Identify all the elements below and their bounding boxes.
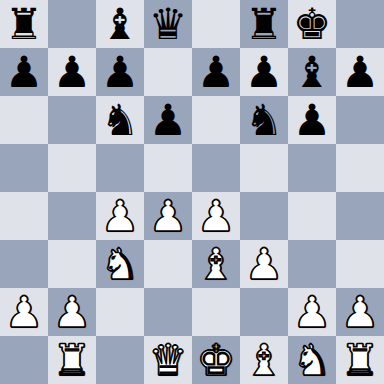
square-a1[interactable] [0, 336, 48, 384]
piece-black-rook[interactable]: ♜ [245, 0, 284, 48]
piece-white-pawn[interactable]: ♟ [149, 192, 188, 240]
square-a4[interactable] [0, 192, 48, 240]
square-g4[interactable] [288, 192, 336, 240]
square-h6[interactable] [336, 96, 384, 144]
square-e6[interactable] [192, 96, 240, 144]
square-a5[interactable] [0, 144, 48, 192]
piece-black-bishop[interactable]: ♝ [101, 0, 140, 48]
square-d2[interactable] [144, 288, 192, 336]
piece-black-pawn[interactable]: ♟ [149, 96, 188, 144]
square-b2[interactable]: ♟ [48, 288, 96, 336]
square-h4[interactable] [336, 192, 384, 240]
square-b3[interactable] [48, 240, 96, 288]
square-d4[interactable]: ♟ [144, 192, 192, 240]
piece-white-rook[interactable]: ♜ [341, 336, 380, 384]
piece-black-knight[interactable]: ♞ [245, 96, 284, 144]
square-c2[interactable] [96, 288, 144, 336]
piece-black-pawn[interactable]: ♟ [101, 48, 140, 96]
square-d3[interactable] [144, 240, 192, 288]
square-d1[interactable]: ♛ [144, 336, 192, 384]
square-a2[interactable]: ♟ [0, 288, 48, 336]
square-c8[interactable]: ♝ [96, 0, 144, 48]
square-f1[interactable]: ♝ [240, 336, 288, 384]
square-h7[interactable]: ♟ [336, 48, 384, 96]
piece-white-queen[interactable]: ♛ [149, 336, 188, 384]
square-e5[interactable] [192, 144, 240, 192]
square-b4[interactable] [48, 192, 96, 240]
square-h3[interactable] [336, 240, 384, 288]
square-g2[interactable]: ♟ [288, 288, 336, 336]
square-a8[interactable]: ♜ [0, 0, 48, 48]
square-f8[interactable]: ♜ [240, 0, 288, 48]
square-f3[interactable]: ♟ [240, 240, 288, 288]
piece-black-pawn[interactable]: ♟ [293, 96, 332, 144]
square-d6[interactable]: ♟ [144, 96, 192, 144]
piece-white-pawn[interactable]: ♟ [101, 192, 140, 240]
square-c3[interactable]: ♞ [96, 240, 144, 288]
piece-white-knight[interactable]: ♞ [101, 240, 140, 288]
square-b8[interactable] [48, 0, 96, 48]
square-g3[interactable] [288, 240, 336, 288]
piece-white-bishop[interactable]: ♝ [245, 336, 284, 384]
square-d7[interactable] [144, 48, 192, 96]
square-c6[interactable]: ♞ [96, 96, 144, 144]
piece-black-pawn[interactable]: ♟ [5, 48, 44, 96]
piece-white-pawn[interactable]: ♟ [293, 288, 332, 336]
piece-black-bishop[interactable]: ♝ [293, 48, 332, 96]
square-f7[interactable]: ♟ [240, 48, 288, 96]
piece-black-king[interactable]: ♚ [293, 0, 332, 48]
square-g8[interactable]: ♚ [288, 0, 336, 48]
square-g1[interactable]: ♞ [288, 336, 336, 384]
square-h5[interactable] [336, 144, 384, 192]
square-a3[interactable] [0, 240, 48, 288]
square-g6[interactable]: ♟ [288, 96, 336, 144]
square-b7[interactable]: ♟ [48, 48, 96, 96]
square-e3[interactable]: ♝ [192, 240, 240, 288]
square-b1[interactable]: ♜ [48, 336, 96, 384]
square-c7[interactable]: ♟ [96, 48, 144, 96]
square-b6[interactable] [48, 96, 96, 144]
square-f5[interactable] [240, 144, 288, 192]
square-e7[interactable]: ♟ [192, 48, 240, 96]
square-c5[interactable] [96, 144, 144, 192]
square-a6[interactable] [0, 96, 48, 144]
square-c4[interactable]: ♟ [96, 192, 144, 240]
piece-white-knight[interactable]: ♞ [293, 336, 332, 384]
square-e8[interactable] [192, 0, 240, 48]
square-d5[interactable] [144, 144, 192, 192]
square-d8[interactable]: ♛ [144, 0, 192, 48]
square-h2[interactable]: ♟ [336, 288, 384, 336]
square-g7[interactable]: ♝ [288, 48, 336, 96]
square-f6[interactable]: ♞ [240, 96, 288, 144]
piece-black-pawn[interactable]: ♟ [341, 48, 380, 96]
chess-board: ♜♝♛♜♚♟♟♟♟♟♝♟♞♟♞♟♟♟♟♞♝♟♟♟♟♟♜♛♚♝♞♜ [0, 0, 384, 384]
square-e1[interactable]: ♚ [192, 336, 240, 384]
piece-black-knight[interactable]: ♞ [101, 96, 140, 144]
square-e2[interactable] [192, 288, 240, 336]
square-a7[interactable]: ♟ [0, 48, 48, 96]
piece-black-pawn[interactable]: ♟ [197, 48, 236, 96]
piece-white-pawn[interactable]: ♟ [341, 288, 380, 336]
piece-white-pawn[interactable]: ♟ [5, 288, 44, 336]
square-c1[interactable] [96, 336, 144, 384]
piece-black-pawn[interactable]: ♟ [53, 48, 92, 96]
piece-white-bishop[interactable]: ♝ [197, 240, 236, 288]
piece-black-pawn[interactable]: ♟ [245, 48, 284, 96]
piece-black-rook[interactable]: ♜ [5, 0, 44, 48]
square-h8[interactable] [336, 0, 384, 48]
piece-white-king[interactable]: ♚ [197, 336, 236, 384]
square-g5[interactable] [288, 144, 336, 192]
square-f4[interactable] [240, 192, 288, 240]
square-e4[interactable]: ♟ [192, 192, 240, 240]
square-h1[interactable]: ♜ [336, 336, 384, 384]
piece-white-pawn[interactable]: ♟ [53, 288, 92, 336]
square-f2[interactable] [240, 288, 288, 336]
piece-white-rook[interactable]: ♜ [53, 336, 92, 384]
piece-black-queen[interactable]: ♛ [149, 0, 188, 48]
square-b5[interactable] [48, 144, 96, 192]
piece-white-pawn[interactable]: ♟ [197, 192, 236, 240]
piece-white-pawn[interactable]: ♟ [245, 240, 284, 288]
